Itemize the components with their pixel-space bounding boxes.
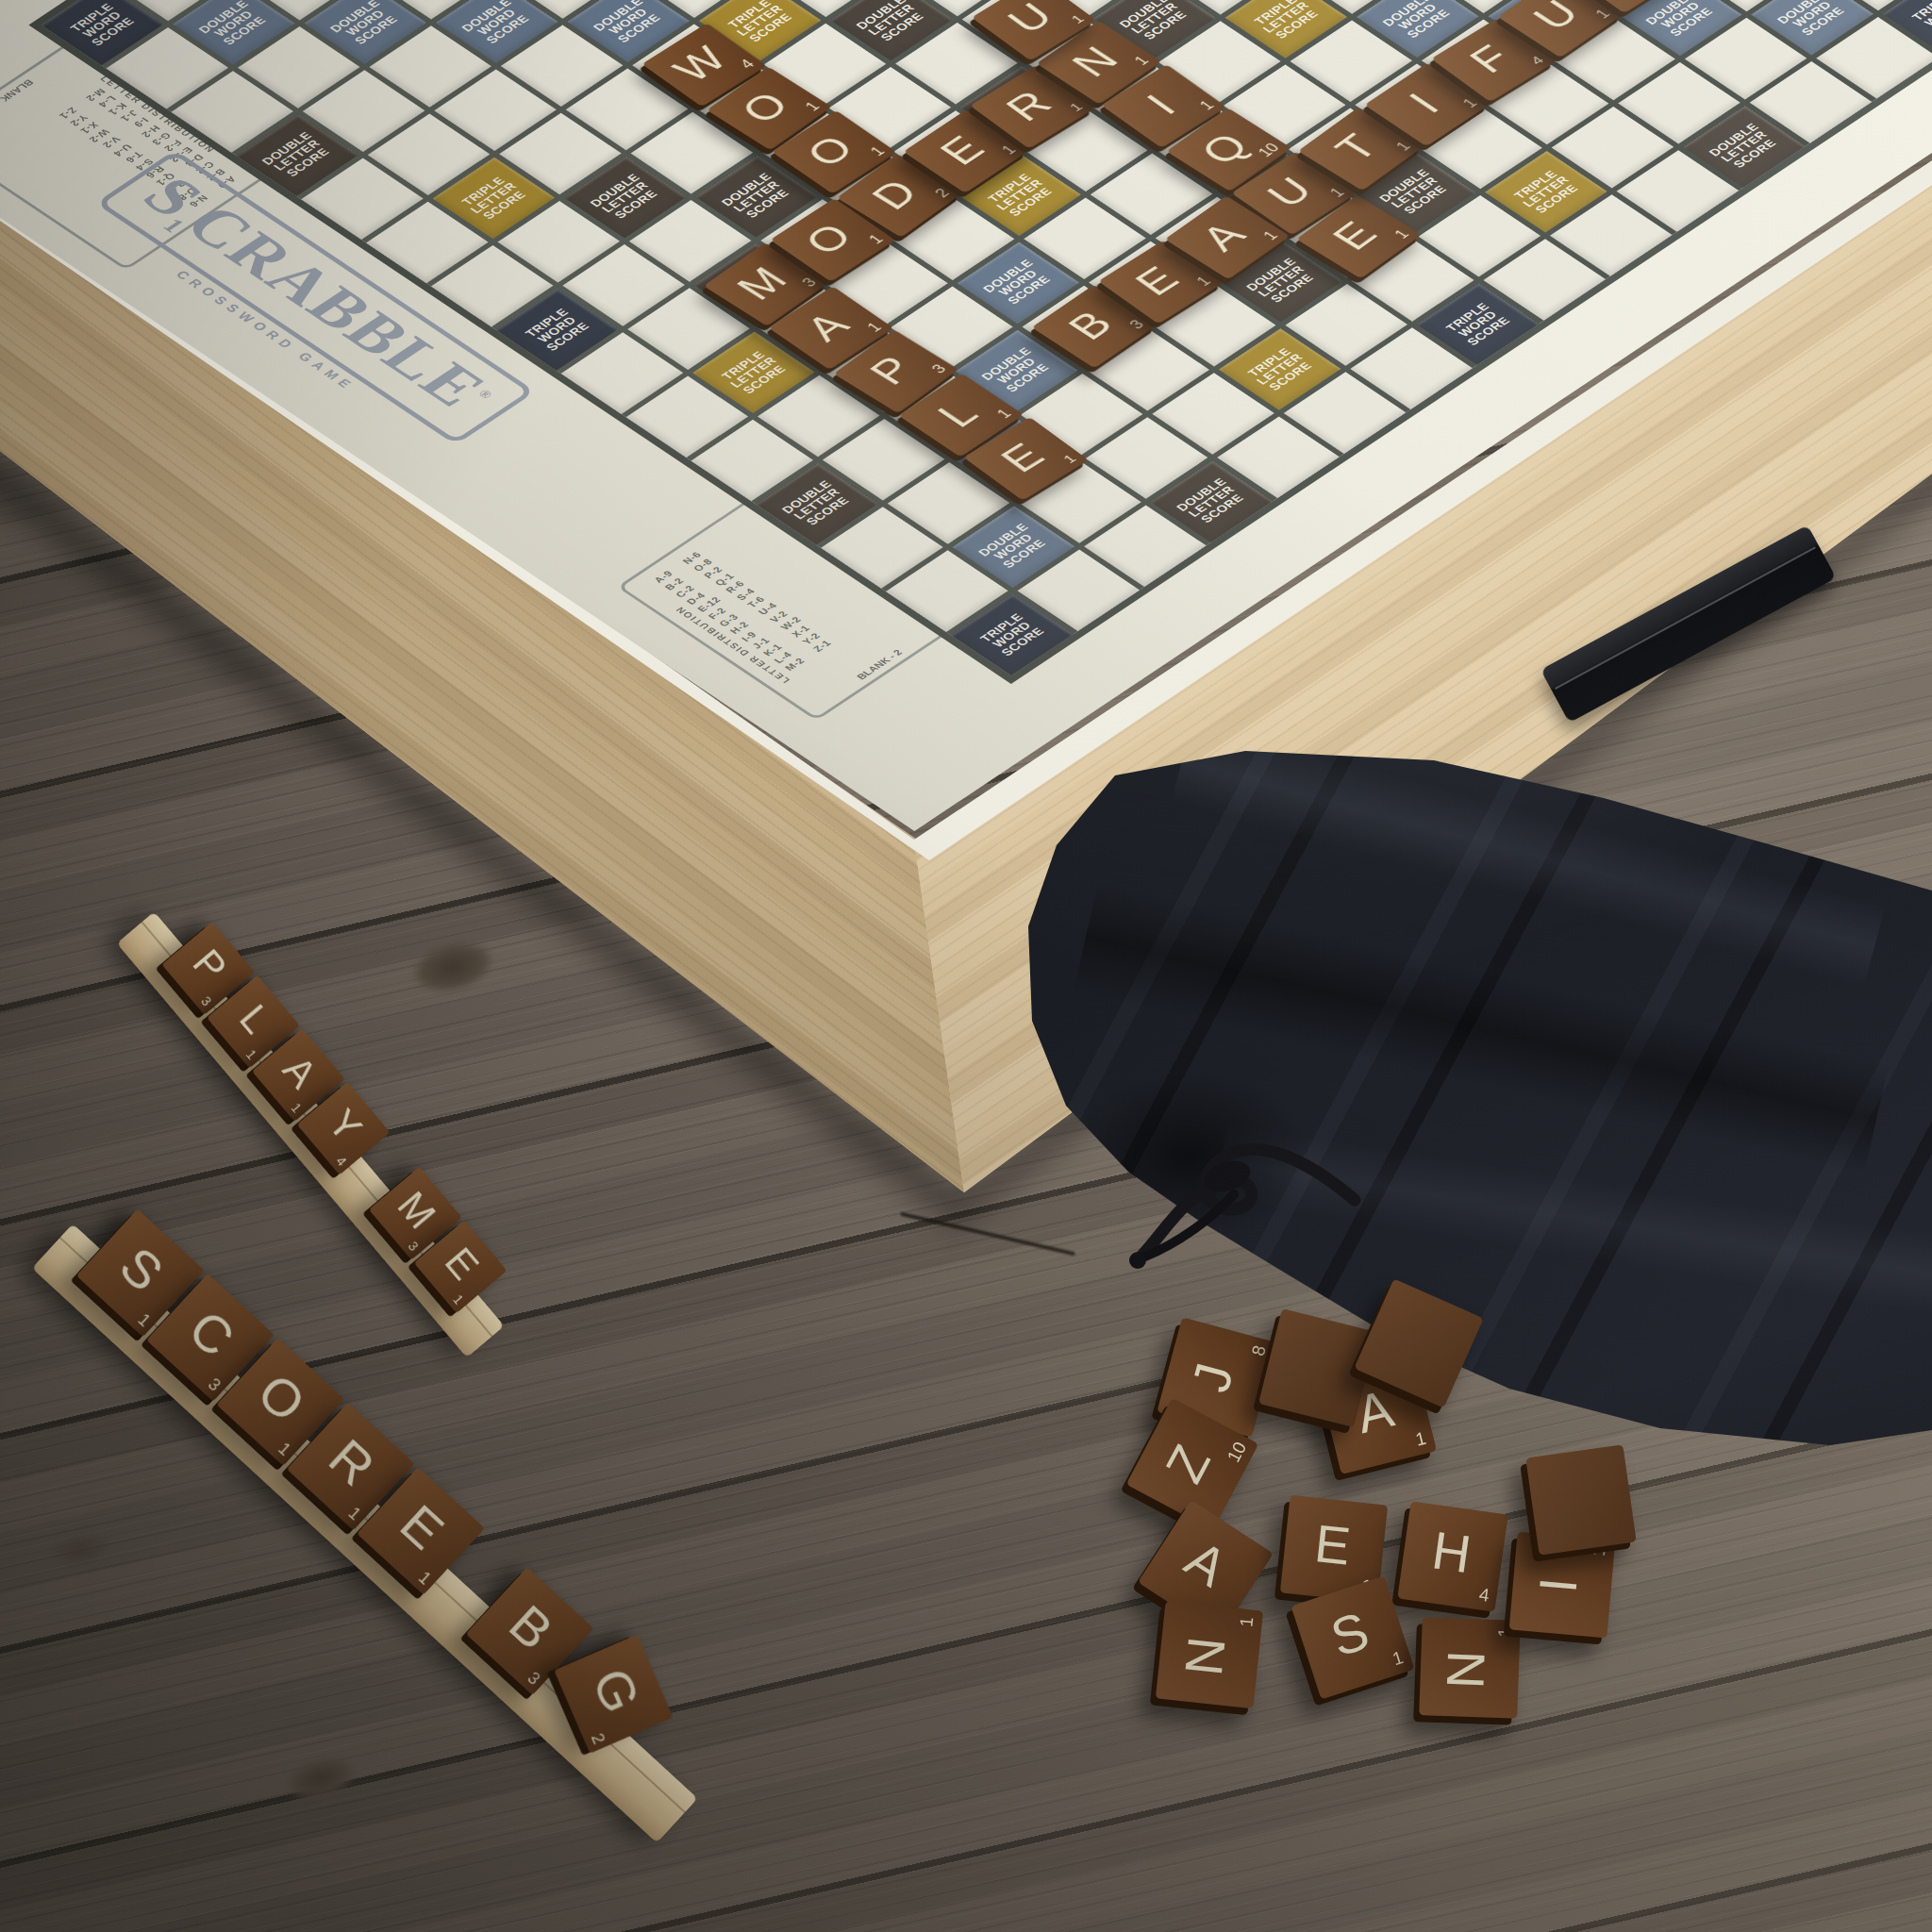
tile-letter: I <box>1526 1575 1589 1595</box>
tile-score: 1 <box>1260 229 1281 243</box>
tile-letter: B <box>498 1592 565 1661</box>
tile-score: 1 <box>1132 54 1153 68</box>
tile-letter: U <box>996 0 1063 41</box>
tile-letter: E <box>1312 1512 1354 1577</box>
tile-score: 1 <box>344 1504 365 1524</box>
tile-score: 3 <box>929 362 951 376</box>
tile-letter: O <box>793 215 863 262</box>
tile-letter: M <box>725 259 798 308</box>
tile-score: 1 <box>1593 8 1614 22</box>
tile-score: 1 <box>243 1047 259 1062</box>
tile-score: 1 <box>802 100 823 114</box>
tile-score: 1 <box>1236 1616 1257 1628</box>
tile-score: 3 <box>524 1668 544 1689</box>
tile-score: 3 <box>204 1374 225 1395</box>
tile-letter: B <box>1057 303 1123 347</box>
tile-letter: S <box>108 1234 175 1303</box>
tile-letter: W <box>662 39 738 90</box>
loose-tile-Z[interactable]: Z10 <box>1143 1415 1241 1513</box>
tile-letter: E <box>436 1239 488 1288</box>
tile-letter: N <box>1060 39 1128 84</box>
loose-tile-face <box>1525 1444 1636 1555</box>
tile-score: 1 <box>1391 1647 1407 1670</box>
tile-score: 1 <box>1197 99 1218 113</box>
tile-letter: J <box>1179 1357 1245 1398</box>
tile-score: 1 <box>274 1439 294 1459</box>
tile-score: 1 <box>1194 275 1215 289</box>
loose-tile-H[interactable]: H4 <box>1404 1507 1502 1606</box>
tile-letter: I <box>1135 87 1186 122</box>
tile-score: 1 <box>864 320 885 334</box>
tile-letter: M <box>389 1183 444 1238</box>
tile-letter: P <box>184 941 236 990</box>
loose-tile-facedown-12[interactable] <box>1532 1451 1630 1549</box>
tile-letter: E <box>389 1492 456 1561</box>
tile-score: 1 <box>1393 140 1415 154</box>
tile-score: 1 <box>1413 1428 1428 1451</box>
tile-letter: E <box>1124 258 1189 303</box>
tile-score: 3 <box>405 1239 421 1254</box>
tile-score: 1 <box>450 1291 466 1307</box>
loose-tile-face: N1 <box>1156 1601 1263 1708</box>
tile-letter: Y <box>319 1101 371 1150</box>
loose-tile-face <box>1354 1278 1483 1407</box>
loose-tile-N[interactable]: N1 <box>1160 1606 1258 1704</box>
tile-letter: A <box>275 1047 326 1096</box>
tile-letter: E <box>928 128 994 173</box>
tile-score: 1 <box>414 1568 435 1589</box>
tile-score: 10 <box>1255 141 1283 159</box>
tile-letter: U <box>1256 169 1324 214</box>
tile-score: 4 <box>1478 1584 1491 1606</box>
tile-score: 1 <box>994 408 1015 422</box>
tile-letter: A <box>1190 215 1257 258</box>
tile-score: 1 <box>866 232 887 246</box>
tile-score: 4 <box>1526 53 1547 67</box>
tile-letter: Q <box>1190 125 1260 172</box>
tile-score: 4 <box>333 1154 349 1169</box>
loose-tile-N[interactable]: N1 <box>1421 1619 1519 1717</box>
tile-letter: N <box>1173 1634 1238 1678</box>
tile-score: 1 <box>1460 96 1481 110</box>
tile-letter: I <box>1398 86 1450 121</box>
tile-score: 1 <box>868 144 889 158</box>
tile-score: 1 <box>1327 186 1348 200</box>
tile-letter: C <box>177 1297 247 1368</box>
tile-letter: E <box>990 435 1055 479</box>
tile-letter: A <box>1175 1528 1239 1599</box>
tile-letter: R <box>317 1426 387 1497</box>
tile-letter: O <box>795 127 865 175</box>
tile-letter: A <box>794 305 860 349</box>
tile-letter: L <box>230 996 279 1042</box>
tile-score: 1 <box>134 1310 155 1331</box>
tile-score: 2 <box>932 187 954 201</box>
tile-letter: H <box>1428 1519 1474 1585</box>
tile-letter: Z <box>1153 1435 1222 1492</box>
tile-score: 1 <box>999 143 1020 158</box>
tile-score: 1 <box>1391 227 1413 241</box>
tile-letter: N <box>1434 1650 1496 1690</box>
tile-letter: P <box>858 349 925 392</box>
tile-score: 3 <box>1127 318 1148 332</box>
tile-score: 10 <box>1224 1439 1251 1466</box>
tile-letter: F <box>1458 37 1522 80</box>
tile-letter: D <box>860 172 929 217</box>
tile-letter: G <box>580 1659 653 1722</box>
tile-score: 3 <box>799 275 820 290</box>
tile-letter: O <box>246 1361 318 1434</box>
tile-letter: E <box>1322 214 1389 258</box>
tile-letter: S <box>1324 1600 1376 1669</box>
loose-tile-face: N1 <box>1419 1617 1521 1719</box>
tile-score: 1 <box>1059 452 1080 466</box>
tile-letter: R <box>994 83 1061 129</box>
tile-letter: T <box>1324 126 1389 169</box>
loose-tile-face: S1 <box>1291 1575 1414 1699</box>
tile-score: 3 <box>198 993 214 1008</box>
tile-score: 4 <box>738 58 758 72</box>
loose-tile-face: H4 <box>1397 1501 1507 1611</box>
tile-score: 2 <box>587 1731 608 1748</box>
scene: LETTER DISTRIBUTION A-9B-2C-2D-4E-12F-2G… <box>0 0 1932 1932</box>
tile-score: 1 <box>289 1100 305 1115</box>
tile-score: 8 <box>1248 1343 1271 1358</box>
loose-tile-facedown-11[interactable] <box>1370 1294 1468 1392</box>
tile-letter: O <box>730 84 801 130</box>
tile-letter: L <box>926 393 989 435</box>
tile-score: 1 <box>1066 100 1087 114</box>
tile-score: 1 <box>1067 12 1088 26</box>
loose-tile-facedown-10[interactable] <box>1269 1319 1367 1417</box>
tile-letter: U <box>1522 0 1590 38</box>
loose-tile-S[interactable]: S1 <box>1304 1589 1402 1687</box>
